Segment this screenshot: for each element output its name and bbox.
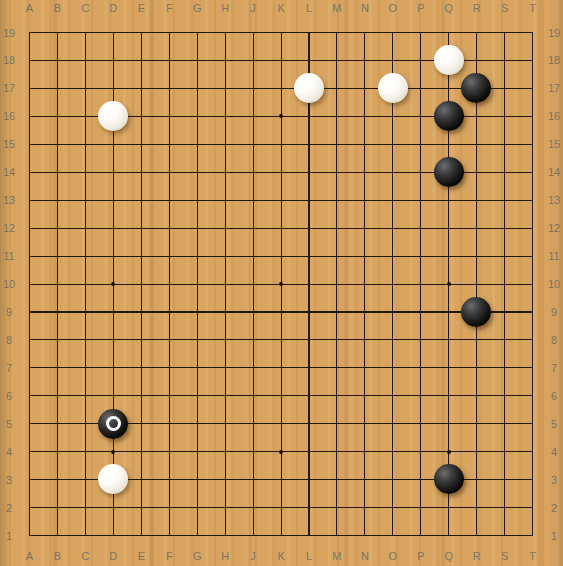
intersection-P18[interactable] [407, 46, 435, 74]
intersection-Q11[interactable] [435, 242, 463, 270]
intersection-A3[interactable] [16, 466, 44, 494]
intersection-N15[interactable] [351, 130, 379, 158]
intersection-O12[interactable] [379, 214, 407, 242]
intersection-F18[interactable] [155, 46, 183, 74]
intersection-K4[interactable] [267, 438, 295, 466]
intersection-J17[interactable] [239, 74, 267, 102]
intersection-T15[interactable] [518, 130, 546, 158]
intersection-L14[interactable] [295, 158, 323, 186]
intersection-P3[interactable] [407, 466, 435, 494]
intersection-M1[interactable] [323, 521, 351, 549]
intersection-J14[interactable] [239, 158, 267, 186]
intersection-F3[interactable] [155, 466, 183, 494]
intersection-R18[interactable] [463, 46, 491, 74]
intersection-G9[interactable] [183, 298, 211, 326]
intersection-L10[interactable] [295, 270, 323, 298]
intersection-J2[interactable] [239, 493, 267, 521]
intersection-R13[interactable] [463, 186, 491, 214]
intersection-R12[interactable] [463, 214, 491, 242]
intersection-D5[interactable] [99, 410, 127, 438]
intersection-M5[interactable] [323, 410, 351, 438]
intersection-E3[interactable] [127, 466, 155, 494]
intersection-E19[interactable] [127, 19, 155, 47]
intersection-S19[interactable] [490, 19, 518, 47]
intersection-R1[interactable] [463, 521, 491, 549]
intersection-Q2[interactable] [435, 493, 463, 521]
intersection-E4[interactable] [127, 438, 155, 466]
intersection-B17[interactable] [43, 74, 71, 102]
intersection-T6[interactable] [518, 382, 546, 410]
intersection-C6[interactable] [71, 382, 99, 410]
intersection-M2[interactable] [323, 493, 351, 521]
intersection-F11[interactable] [155, 242, 183, 270]
intersection-L4[interactable] [295, 438, 323, 466]
intersection-R5[interactable] [463, 410, 491, 438]
intersection-G18[interactable] [183, 46, 211, 74]
intersection-J1[interactable] [239, 521, 267, 549]
intersection-L2[interactable] [295, 493, 323, 521]
intersection-O9[interactable] [379, 298, 407, 326]
intersection-S18[interactable] [490, 46, 518, 74]
intersection-G14[interactable] [183, 158, 211, 186]
intersection-C3[interactable] [71, 466, 99, 494]
intersection-G2[interactable] [183, 493, 211, 521]
intersection-C12[interactable] [71, 214, 99, 242]
intersection-A9[interactable] [16, 298, 44, 326]
intersection-T9[interactable] [518, 298, 546, 326]
intersection-A17[interactable] [16, 74, 44, 102]
intersection-R2[interactable] [463, 493, 491, 521]
intersection-E11[interactable] [127, 242, 155, 270]
intersection-H8[interactable] [211, 326, 239, 354]
intersection-P15[interactable] [407, 130, 435, 158]
intersection-M8[interactable] [323, 326, 351, 354]
intersection-S4[interactable] [490, 438, 518, 466]
intersection-F10[interactable] [155, 270, 183, 298]
go-board-grid[interactable] [16, 19, 547, 550]
intersection-A1[interactable] [16, 521, 44, 549]
intersection-Q16[interactable] [435, 102, 463, 130]
intersection-L6[interactable] [295, 382, 323, 410]
intersection-P19[interactable] [407, 19, 435, 47]
intersection-B7[interactable] [43, 354, 71, 382]
intersection-D3[interactable] [99, 466, 127, 494]
intersection-D9[interactable] [99, 298, 127, 326]
intersection-C11[interactable] [71, 242, 99, 270]
intersection-A12[interactable] [16, 214, 44, 242]
intersection-M9[interactable] [323, 298, 351, 326]
intersection-D11[interactable] [99, 242, 127, 270]
intersection-E5[interactable] [127, 410, 155, 438]
intersection-H19[interactable] [211, 19, 239, 47]
intersection-C9[interactable] [71, 298, 99, 326]
intersection-J15[interactable] [239, 130, 267, 158]
intersection-G11[interactable] [183, 242, 211, 270]
intersection-H16[interactable] [211, 102, 239, 130]
intersection-H6[interactable] [211, 382, 239, 410]
intersection-E10[interactable] [127, 270, 155, 298]
intersection-Q18[interactable] [435, 46, 463, 74]
intersection-R15[interactable] [463, 130, 491, 158]
intersection-G5[interactable] [183, 410, 211, 438]
intersection-N12[interactable] [351, 214, 379, 242]
intersection-O8[interactable] [379, 326, 407, 354]
intersection-H15[interactable] [211, 130, 239, 158]
intersection-F8[interactable] [155, 326, 183, 354]
intersection-L15[interactable] [295, 130, 323, 158]
intersection-E15[interactable] [127, 130, 155, 158]
intersection-L11[interactable] [295, 242, 323, 270]
intersection-J3[interactable] [239, 466, 267, 494]
intersection-K10[interactable] [267, 270, 295, 298]
intersection-C15[interactable] [71, 130, 99, 158]
intersection-H5[interactable] [211, 410, 239, 438]
intersection-S2[interactable] [490, 493, 518, 521]
intersection-F15[interactable] [155, 130, 183, 158]
intersection-N11[interactable] [351, 242, 379, 270]
intersection-E6[interactable] [127, 382, 155, 410]
intersection-T4[interactable] [518, 438, 546, 466]
intersection-O19[interactable] [379, 19, 407, 47]
intersection-C5[interactable] [71, 410, 99, 438]
intersection-Q5[interactable] [435, 410, 463, 438]
intersection-J19[interactable] [239, 19, 267, 47]
intersection-J13[interactable] [239, 186, 267, 214]
intersection-F9[interactable] [155, 298, 183, 326]
intersection-R11[interactable] [463, 242, 491, 270]
intersection-T19[interactable] [518, 19, 546, 47]
intersection-N10[interactable] [351, 270, 379, 298]
intersection-H9[interactable] [211, 298, 239, 326]
intersection-N17[interactable] [351, 74, 379, 102]
intersection-N7[interactable] [351, 354, 379, 382]
intersection-L19[interactable] [295, 19, 323, 47]
intersection-L18[interactable] [295, 46, 323, 74]
intersection-P2[interactable] [407, 493, 435, 521]
intersection-M11[interactable] [323, 242, 351, 270]
intersection-S3[interactable] [490, 466, 518, 494]
intersection-N6[interactable] [351, 382, 379, 410]
intersection-O15[interactable] [379, 130, 407, 158]
intersection-S1[interactable] [490, 521, 518, 549]
intersection-G1[interactable] [183, 521, 211, 549]
intersection-S13[interactable] [490, 186, 518, 214]
intersection-C14[interactable] [71, 158, 99, 186]
intersection-K2[interactable] [267, 493, 295, 521]
intersection-T17[interactable] [518, 74, 546, 102]
intersection-C17[interactable] [71, 74, 99, 102]
intersection-A5[interactable] [16, 410, 44, 438]
intersection-S5[interactable] [490, 410, 518, 438]
intersection-L16[interactable] [295, 102, 323, 130]
intersection-L7[interactable] [295, 354, 323, 382]
intersection-O4[interactable] [379, 438, 407, 466]
intersection-R9[interactable] [463, 298, 491, 326]
intersection-E12[interactable] [127, 214, 155, 242]
intersection-D14[interactable] [99, 158, 127, 186]
intersection-R8[interactable] [463, 326, 491, 354]
intersection-B14[interactable] [43, 158, 71, 186]
intersection-P5[interactable] [407, 410, 435, 438]
intersection-F4[interactable] [155, 438, 183, 466]
intersection-N13[interactable] [351, 186, 379, 214]
intersection-T10[interactable] [518, 270, 546, 298]
intersection-T2[interactable] [518, 493, 546, 521]
intersection-L1[interactable] [295, 521, 323, 549]
intersection-F14[interactable] [155, 158, 183, 186]
intersection-C18[interactable] [71, 46, 99, 74]
intersection-C8[interactable] [71, 326, 99, 354]
intersection-M15[interactable] [323, 130, 351, 158]
intersection-K13[interactable] [267, 186, 295, 214]
intersection-C2[interactable] [71, 493, 99, 521]
intersection-C10[interactable] [71, 270, 99, 298]
intersection-O5[interactable] [379, 410, 407, 438]
intersection-P4[interactable] [407, 438, 435, 466]
intersection-S9[interactable] [490, 298, 518, 326]
intersection-B19[interactable] [43, 19, 71, 47]
intersection-R17[interactable] [463, 74, 491, 102]
intersection-O14[interactable] [379, 158, 407, 186]
intersection-D16[interactable] [99, 102, 127, 130]
intersection-B6[interactable] [43, 382, 71, 410]
intersection-K3[interactable] [267, 466, 295, 494]
intersection-E16[interactable] [127, 102, 155, 130]
intersection-A7[interactable] [16, 354, 44, 382]
intersection-N16[interactable] [351, 102, 379, 130]
intersection-K1[interactable] [267, 521, 295, 549]
intersection-S14[interactable] [490, 158, 518, 186]
intersection-E9[interactable] [127, 298, 155, 326]
intersection-L3[interactable] [295, 466, 323, 494]
intersection-J8[interactable] [239, 326, 267, 354]
intersection-H1[interactable] [211, 521, 239, 549]
intersection-J10[interactable] [239, 270, 267, 298]
intersection-E13[interactable] [127, 186, 155, 214]
intersection-P17[interactable] [407, 74, 435, 102]
intersection-A18[interactable] [16, 46, 44, 74]
intersection-F6[interactable] [155, 382, 183, 410]
intersection-K6[interactable] [267, 382, 295, 410]
intersection-E7[interactable] [127, 354, 155, 382]
intersection-L13[interactable] [295, 186, 323, 214]
intersection-F13[interactable] [155, 186, 183, 214]
intersection-N8[interactable] [351, 326, 379, 354]
intersection-D10[interactable] [99, 270, 127, 298]
intersection-S15[interactable] [490, 130, 518, 158]
intersection-N14[interactable] [351, 158, 379, 186]
intersection-M6[interactable] [323, 382, 351, 410]
intersection-F16[interactable] [155, 102, 183, 130]
intersection-O13[interactable] [379, 186, 407, 214]
intersection-R4[interactable] [463, 438, 491, 466]
intersection-S6[interactable] [490, 382, 518, 410]
intersection-Q12[interactable] [435, 214, 463, 242]
intersection-B11[interactable] [43, 242, 71, 270]
intersection-L17[interactable] [295, 74, 323, 102]
intersection-H13[interactable] [211, 186, 239, 214]
intersection-G6[interactable] [183, 382, 211, 410]
intersection-R6[interactable] [463, 382, 491, 410]
intersection-B15[interactable] [43, 130, 71, 158]
intersection-A10[interactable] [16, 270, 44, 298]
intersection-N4[interactable] [351, 438, 379, 466]
intersection-E8[interactable] [127, 326, 155, 354]
intersection-P11[interactable] [407, 242, 435, 270]
intersection-M13[interactable] [323, 186, 351, 214]
intersection-L12[interactable] [295, 214, 323, 242]
intersection-H18[interactable] [211, 46, 239, 74]
intersection-O2[interactable] [379, 493, 407, 521]
intersection-K16[interactable] [267, 102, 295, 130]
intersection-M4[interactable] [323, 438, 351, 466]
intersection-H17[interactable] [211, 74, 239, 102]
intersection-P12[interactable] [407, 214, 435, 242]
intersection-O18[interactable] [379, 46, 407, 74]
intersection-D1[interactable] [99, 521, 127, 549]
intersection-K12[interactable] [267, 214, 295, 242]
intersection-D6[interactable] [99, 382, 127, 410]
intersection-R19[interactable] [463, 19, 491, 47]
intersection-T12[interactable] [518, 214, 546, 242]
intersection-N19[interactable] [351, 19, 379, 47]
intersection-E1[interactable] [127, 521, 155, 549]
intersection-B9[interactable] [43, 298, 71, 326]
intersection-C4[interactable] [71, 438, 99, 466]
intersection-T3[interactable] [518, 466, 546, 494]
intersection-T5[interactable] [518, 410, 546, 438]
intersection-D13[interactable] [99, 186, 127, 214]
intersection-B8[interactable] [43, 326, 71, 354]
intersection-P16[interactable] [407, 102, 435, 130]
intersection-P6[interactable] [407, 382, 435, 410]
intersection-J18[interactable] [239, 46, 267, 74]
intersection-F12[interactable] [155, 214, 183, 242]
intersection-D8[interactable] [99, 326, 127, 354]
intersection-D17[interactable] [99, 74, 127, 102]
intersection-E2[interactable] [127, 493, 155, 521]
intersection-M19[interactable] [323, 19, 351, 47]
intersection-S16[interactable] [490, 102, 518, 130]
intersection-Q7[interactable] [435, 354, 463, 382]
intersection-Q4[interactable] [435, 438, 463, 466]
intersection-T11[interactable] [518, 242, 546, 270]
intersection-A19[interactable] [16, 19, 44, 47]
intersection-F19[interactable] [155, 19, 183, 47]
intersection-A6[interactable] [16, 382, 44, 410]
intersection-N2[interactable] [351, 493, 379, 521]
intersection-G7[interactable] [183, 354, 211, 382]
intersection-T18[interactable] [518, 46, 546, 74]
intersection-K19[interactable] [267, 19, 295, 47]
intersection-B18[interactable] [43, 46, 71, 74]
intersection-J6[interactable] [239, 382, 267, 410]
intersection-J5[interactable] [239, 410, 267, 438]
intersection-G12[interactable] [183, 214, 211, 242]
intersection-A15[interactable] [16, 130, 44, 158]
intersection-P13[interactable] [407, 186, 435, 214]
intersection-R14[interactable] [463, 158, 491, 186]
intersection-F7[interactable] [155, 354, 183, 382]
intersection-N1[interactable] [351, 521, 379, 549]
intersection-E17[interactable] [127, 74, 155, 102]
intersection-B1[interactable] [43, 521, 71, 549]
intersection-H14[interactable] [211, 158, 239, 186]
intersection-K18[interactable] [267, 46, 295, 74]
intersection-B13[interactable] [43, 186, 71, 214]
intersection-D15[interactable] [99, 130, 127, 158]
intersection-M3[interactable] [323, 466, 351, 494]
intersection-T13[interactable] [518, 186, 546, 214]
intersection-S8[interactable] [490, 326, 518, 354]
intersection-A2[interactable] [16, 493, 44, 521]
intersection-B2[interactable] [43, 493, 71, 521]
intersection-D18[interactable] [99, 46, 127, 74]
intersection-K8[interactable] [267, 326, 295, 354]
intersection-A4[interactable] [16, 438, 44, 466]
intersection-B4[interactable] [43, 438, 71, 466]
intersection-A8[interactable] [16, 326, 44, 354]
intersection-N5[interactable] [351, 410, 379, 438]
intersection-G17[interactable] [183, 74, 211, 102]
intersection-T7[interactable] [518, 354, 546, 382]
intersection-F5[interactable] [155, 410, 183, 438]
intersection-O11[interactable] [379, 242, 407, 270]
intersection-H4[interactable] [211, 438, 239, 466]
intersection-G4[interactable] [183, 438, 211, 466]
intersection-B10[interactable] [43, 270, 71, 298]
intersection-H2[interactable] [211, 493, 239, 521]
intersection-H7[interactable] [211, 354, 239, 382]
intersection-A13[interactable] [16, 186, 44, 214]
intersection-K17[interactable] [267, 74, 295, 102]
intersection-O17[interactable] [379, 74, 407, 102]
intersection-N3[interactable] [351, 466, 379, 494]
intersection-G13[interactable] [183, 186, 211, 214]
intersection-S7[interactable] [490, 354, 518, 382]
intersection-B5[interactable] [43, 410, 71, 438]
intersection-K11[interactable] [267, 242, 295, 270]
intersection-R3[interactable] [463, 466, 491, 494]
intersection-Q3[interactable] [435, 466, 463, 494]
intersection-B3[interactable] [43, 466, 71, 494]
intersection-S10[interactable] [490, 270, 518, 298]
intersection-T8[interactable] [518, 326, 546, 354]
intersection-K15[interactable] [267, 130, 295, 158]
intersection-T16[interactable] [518, 102, 546, 130]
intersection-B16[interactable] [43, 102, 71, 130]
intersection-Q14[interactable] [435, 158, 463, 186]
intersection-Q1[interactable] [435, 521, 463, 549]
intersection-P10[interactable] [407, 270, 435, 298]
intersection-E18[interactable] [127, 46, 155, 74]
intersection-Q17[interactable] [435, 74, 463, 102]
intersection-G3[interactable] [183, 466, 211, 494]
intersection-Q6[interactable] [435, 382, 463, 410]
intersection-M18[interactable] [323, 46, 351, 74]
intersection-R16[interactable] [463, 102, 491, 130]
intersection-G16[interactable] [183, 102, 211, 130]
intersection-S12[interactable] [490, 214, 518, 242]
intersection-T1[interactable] [518, 521, 546, 549]
intersection-D12[interactable] [99, 214, 127, 242]
intersection-Q10[interactable] [435, 270, 463, 298]
intersection-A16[interactable] [16, 102, 44, 130]
intersection-F17[interactable] [155, 74, 183, 102]
intersection-C1[interactable] [71, 521, 99, 549]
intersection-K7[interactable] [267, 354, 295, 382]
intersection-J12[interactable] [239, 214, 267, 242]
